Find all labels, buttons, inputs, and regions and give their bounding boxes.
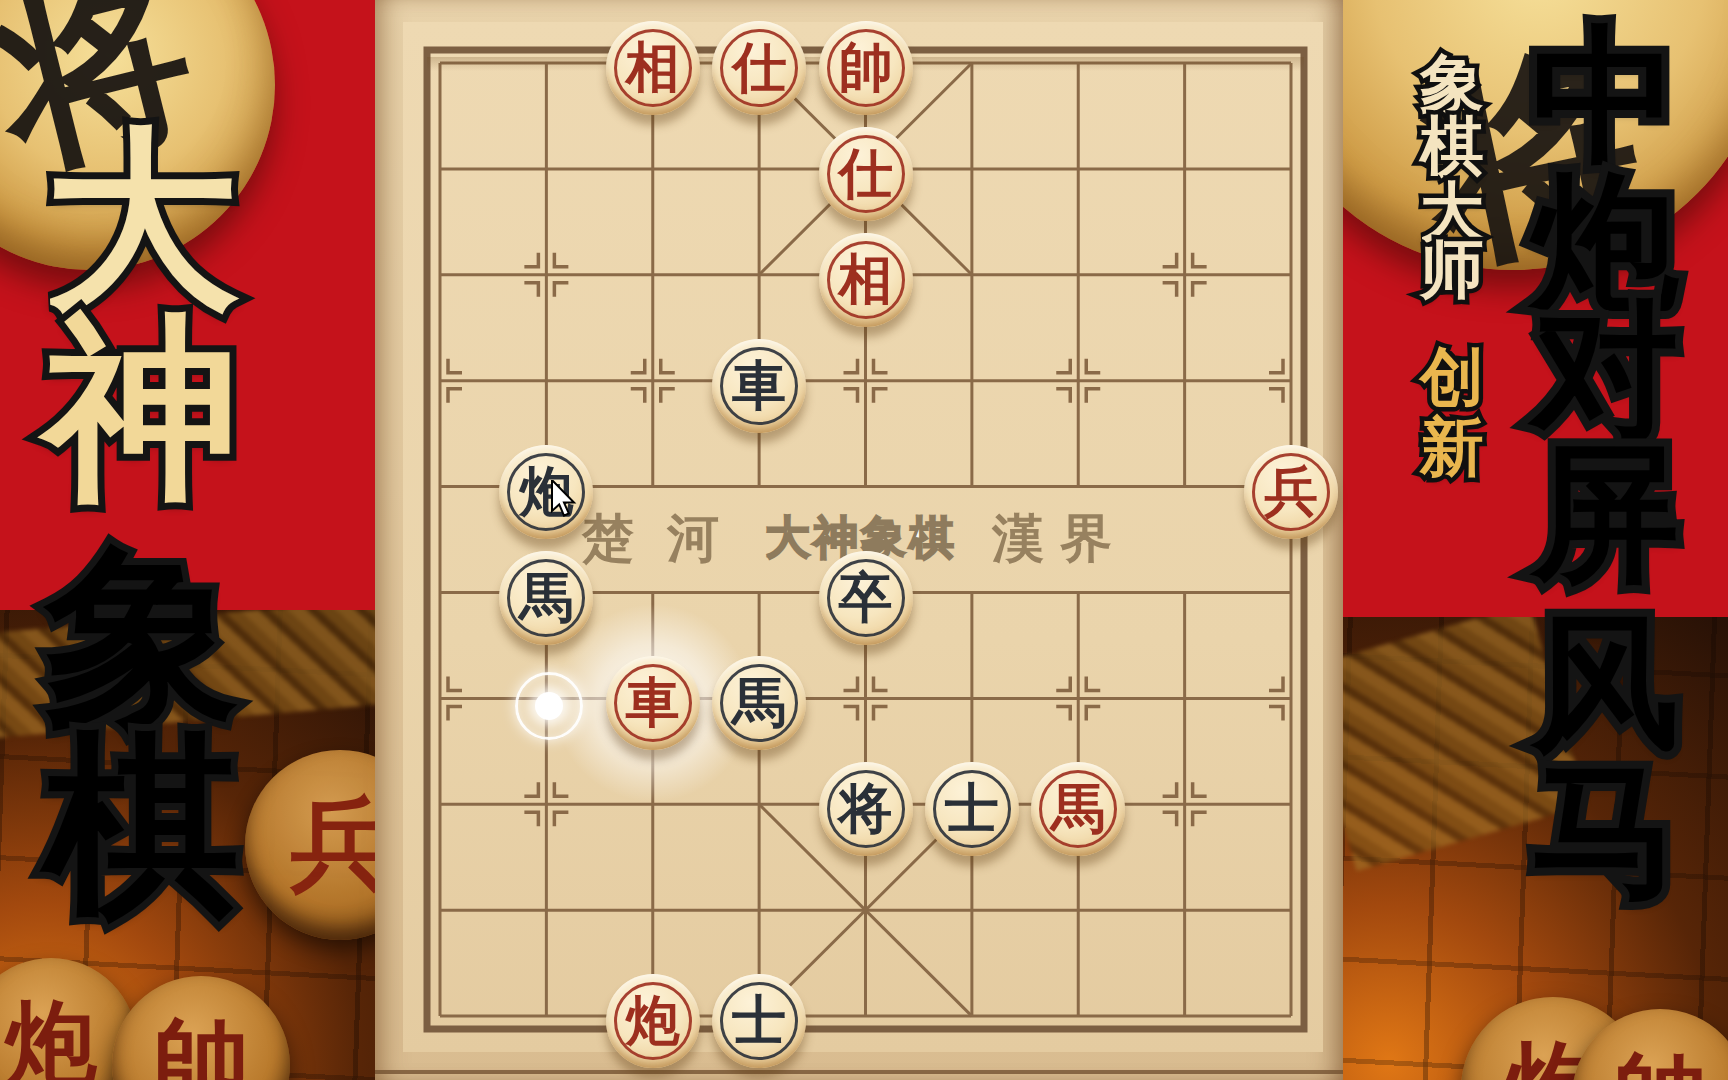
- right-title-char-1: 中: [1515, 22, 1695, 170]
- left-title-char-4: 棋: [37, 727, 247, 923]
- left-panel: 将 炮 帥 兵 大 神 象 棋: [0, 0, 375, 1080]
- subtitle-char-2: 棋: [1414, 114, 1490, 178]
- right-panel: 将 炮 帥 象 棋 大 师 创 新 中 炮 对 屏 风 马: [1343, 0, 1728, 1080]
- piece-char: 仕: [839, 146, 893, 200]
- piece-red-rook[interactable]: 車: [606, 656, 700, 750]
- piece-red-advisor[interactable]: 仕: [712, 21, 806, 115]
- piece-char: 士: [945, 781, 999, 835]
- subtitle-char-1: 象: [1414, 52, 1490, 116]
- piece-red-elephant[interactable]: 相: [606, 21, 700, 115]
- photo-piece-bing: 兵: [245, 750, 375, 940]
- piece-black-horse[interactable]: 馬: [499, 551, 593, 645]
- piece-char: 馬: [519, 570, 573, 624]
- piece-black-rook[interactable]: 車: [712, 339, 806, 433]
- piece-char: 兵: [1264, 464, 1318, 518]
- piece-black-advisor[interactable]: 士: [712, 974, 806, 1068]
- piece-red-horse[interactable]: 馬: [1031, 762, 1125, 856]
- piece-red-cannon[interactable]: 炮: [606, 974, 700, 1068]
- left-title-char-1: 大: [37, 123, 247, 319]
- piece-char: 車: [626, 675, 680, 729]
- piece-char: 士: [732, 993, 786, 1047]
- piece-red-pawn[interactable]: 兵: [1244, 445, 1338, 539]
- left-title-char-3: 象: [37, 540, 247, 736]
- piece-char: 炮: [626, 993, 680, 1047]
- piece-char: 相: [839, 252, 893, 306]
- subtitle-accent-char-1: 创: [1414, 345, 1490, 409]
- board-frame-edge-line: [375, 1070, 1343, 1074]
- photo-piece-shuai: 帥: [112, 976, 290, 1080]
- piece-black-horse[interactable]: 馬: [712, 656, 806, 750]
- river-text-left: 楚河: [582, 512, 752, 564]
- piece-char: 仕: [732, 40, 786, 94]
- piece-char: 馬: [732, 675, 786, 729]
- subtitle-char-4: 师: [1414, 237, 1490, 301]
- piece-char: 馬: [1051, 781, 1105, 835]
- screenshot-root: { "game": "xiangqi", "board": { "cols": …: [0, 0, 1728, 1080]
- mouse-cursor: [550, 480, 584, 518]
- river-text-right: 漢界: [992, 512, 1128, 564]
- piece-char: 将: [839, 781, 893, 835]
- piece-red-king[interactable]: 帥: [819, 21, 913, 115]
- piece-char: 相: [626, 40, 680, 94]
- right-title-char-4: 屏: [1515, 440, 1695, 588]
- piece-black-pawn[interactable]: 卒: [819, 551, 913, 645]
- right-title-char-6: 马: [1515, 757, 1695, 905]
- left-title-char-2: 神: [37, 310, 247, 506]
- subtitle-accent-char-2: 新: [1414, 415, 1490, 479]
- piece-char: 帥: [839, 40, 893, 94]
- piece-black-king[interactable]: 将: [819, 762, 913, 856]
- piece-char: 車: [732, 358, 786, 412]
- piece-red-advisor[interactable]: 仕: [819, 127, 913, 221]
- piece-black-advisor[interactable]: 士: [925, 762, 1019, 856]
- piece-red-elephant[interactable]: 相: [819, 233, 913, 327]
- xiangqi-board[interactable]: 楚河 大神象棋 漢界 相仕帥仕相車炮兵馬卒車馬将士馬炮士: [375, 0, 1343, 1080]
- right-title-char-3: 对: [1515, 297, 1695, 445]
- piece-char: 卒: [839, 570, 893, 624]
- right-title-char-5: 风: [1515, 610, 1695, 758]
